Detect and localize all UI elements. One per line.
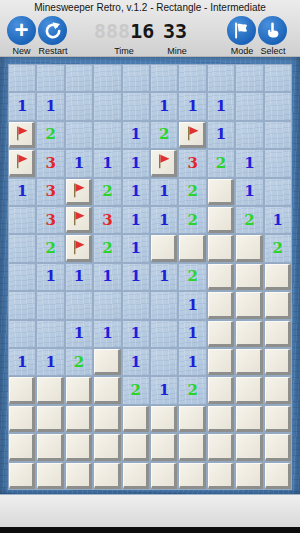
cell-r7c4[interactable]: 1 [122, 263, 150, 291]
cell-r14c8[interactable] [236, 463, 262, 489]
game-area: 1111121213111321132112133112212212111112… [0, 57, 300, 494]
cell-r9c4[interactable]: 1 [122, 320, 150, 348]
cell-r13c5[interactable] [151, 434, 177, 460]
cell-number: 1 [74, 269, 84, 284]
cell-number: 1 [187, 326, 197, 341]
cell-number: 1 [131, 213, 141, 228]
cell-number: 2 [187, 184, 197, 199]
cell-r12c0[interactable] [9, 406, 35, 432]
cell-r3c8[interactable]: 1 [235, 149, 263, 177]
cell-number: 2 [187, 213, 197, 228]
cell-r11c5[interactable]: 1 [150, 376, 178, 404]
cell-r3c5[interactable] [151, 150, 177, 176]
cell-number: 1 [131, 326, 141, 341]
cell-number: 1 [159, 213, 169, 228]
cell-r12c4[interactable] [123, 406, 149, 432]
cell-number: 2 [187, 383, 197, 398]
cell-r6c5[interactable] [151, 235, 177, 261]
cell-r9c5[interactable] [150, 320, 178, 348]
cell-r12c6[interactable] [179, 406, 205, 432]
cell-r4c2[interactable] [66, 179, 92, 205]
cell-r14c6[interactable] [179, 463, 205, 489]
cell-r0c9[interactable] [264, 64, 292, 92]
cell-r10c5[interactable] [150, 348, 178, 376]
cell-r7c3[interactable]: 1 [93, 263, 121, 291]
cell-number: 3 [45, 184, 55, 199]
cell-number: 2 [131, 383, 141, 398]
cell-r6c4[interactable]: 1 [122, 234, 150, 262]
cell-number: 1 [131, 184, 141, 199]
cell-r11c4[interactable]: 2 [122, 376, 150, 404]
cell-r12c5[interactable] [151, 406, 177, 432]
cell-r0c5[interactable] [150, 64, 178, 92]
cell-r6c6[interactable] [179, 235, 205, 261]
mine-value: 33 [163, 19, 187, 43]
cell-r8c5[interactable] [150, 291, 178, 319]
cell-r8c6[interactable]: 1 [178, 291, 206, 319]
cell-r4c6[interactable]: 2 [178, 178, 206, 206]
cell-r0c4[interactable] [122, 64, 150, 92]
mine-label: Mine [156, 46, 198, 56]
cell-r7c9[interactable] [265, 264, 291, 290]
cell-r10c2[interactable]: 2 [65, 348, 93, 376]
cell-r9c7[interactable] [208, 321, 234, 347]
cell-number: 2 [159, 127, 169, 142]
cell-r10c9[interactable] [265, 349, 291, 375]
cell-r5c7[interactable] [208, 207, 234, 233]
cell-r9c2[interactable]: 1 [65, 320, 93, 348]
cell-r8c2[interactable] [65, 291, 93, 319]
cell-r3c0[interactable] [9, 150, 35, 176]
cell-r13c0[interactable] [9, 434, 35, 460]
cell-r1c3[interactable] [93, 92, 121, 120]
cell-number: 2 [244, 213, 254, 228]
cell-r2c1[interactable]: 2 [36, 121, 64, 149]
cell-r9c6[interactable]: 1 [178, 320, 206, 348]
flag-icon [68, 209, 88, 229]
restart-button-label: Restart [32, 46, 74, 56]
cell-r11c2[interactable] [66, 377, 92, 403]
cell-r1c9[interactable] [264, 92, 292, 120]
cell-number: 2 [102, 241, 112, 256]
cell-number: 3 [187, 156, 197, 171]
cell-r8c1[interactable] [36, 291, 64, 319]
flag-icon [182, 124, 202, 144]
cell-r9c3[interactable]: 1 [93, 320, 121, 348]
cell-r4c9[interactable] [264, 178, 292, 206]
cell-number: 1 [159, 269, 169, 284]
cell-number: 1 [187, 298, 197, 313]
cell-r0c7[interactable] [207, 64, 235, 92]
time-value: 16 [130, 19, 154, 43]
cell-r4c5[interactable]: 1 [150, 178, 178, 206]
cell-r2c4[interactable]: 1 [122, 121, 150, 149]
cell-r5c9[interactable]: 1 [264, 206, 292, 234]
cell-number: 1 [216, 99, 226, 114]
cell-r4c1[interactable]: 3 [36, 178, 64, 206]
cell-number: 1 [131, 355, 141, 370]
cell-number: 1 [45, 99, 55, 114]
cell-r7c5[interactable]: 1 [150, 263, 178, 291]
cell-r12c9[interactable] [265, 406, 291, 432]
cell-r13c3[interactable] [94, 434, 120, 460]
cell-r7c7[interactable] [208, 264, 234, 290]
cell-r10c3[interactable] [94, 349, 120, 375]
cell-r7c8[interactable] [236, 264, 262, 290]
cell-number: 2 [102, 184, 112, 199]
cell-number: 2 [45, 241, 55, 256]
cell-number: 1 [159, 184, 169, 199]
cell-r3c6[interactable]: 3 [178, 149, 206, 177]
cell-r14c7[interactable] [208, 463, 234, 489]
hand-select-icon [263, 21, 282, 40]
header-bar: Minesweeper Retro, v.1.2 - Rectangle - I… [0, 0, 300, 60]
cell-number: 1 [131, 269, 141, 284]
flag-icon [11, 152, 31, 172]
plus-icon: + [14, 18, 28, 42]
cell-number: 2 [45, 127, 55, 142]
cell-r1c1[interactable]: 1 [36, 92, 64, 120]
mine-counter: 33 [163, 19, 187, 43]
cell-r13c1[interactable] [37, 434, 63, 460]
cell-r0c2[interactable] [65, 64, 93, 92]
cell-r2c8[interactable] [235, 121, 263, 149]
time-counter: 88816 [94, 19, 154, 43]
cell-r13c9[interactable] [265, 434, 291, 460]
cell-r10c7[interactable] [208, 349, 234, 375]
cell-r3c2[interactable]: 1 [65, 149, 93, 177]
cell-r8c8[interactable] [236, 292, 262, 318]
cell-number: 3 [45, 213, 55, 228]
cell-r13c7[interactable] [208, 434, 234, 460]
cell-number: 3 [45, 156, 55, 171]
minesweeper-app: Minesweeper Retro, v.1.2 - Rectangle - I… [0, 0, 300, 533]
cell-number: 1 [45, 269, 55, 284]
cell-number: 1 [244, 184, 254, 199]
cell-r2c5[interactable]: 2 [150, 121, 178, 149]
flag-icon [153, 152, 173, 172]
cell-r1c7[interactable]: 1 [207, 92, 235, 120]
cell-r12c3[interactable] [94, 406, 120, 432]
cell-r4c0[interactable]: 1 [8, 178, 36, 206]
cell-r13c4[interactable] [123, 434, 149, 460]
bottom-black-strip [0, 527, 300, 533]
cell-r0c3[interactable] [93, 64, 121, 92]
cell-r8c3[interactable] [93, 291, 121, 319]
select-button[interactable] [258, 16, 287, 45]
cell-number: 1 [17, 184, 27, 199]
cell-r0c1[interactable] [36, 64, 64, 92]
cell-number: 1 [187, 99, 197, 114]
cell-number: 1 [131, 127, 141, 142]
cell-r0c6[interactable] [178, 64, 206, 92]
cell-r6c8[interactable] [236, 235, 262, 261]
cell-r14c0[interactable] [9, 463, 35, 489]
cell-r8c4[interactable] [122, 291, 150, 319]
cell-number: 1 [131, 156, 141, 171]
cell-r2c2[interactable] [65, 121, 93, 149]
cell-r2c3[interactable] [93, 121, 121, 149]
cell-r2c0[interactable] [9, 122, 35, 148]
cell-r7c0[interactable] [8, 263, 36, 291]
cell-r1c5[interactable]: 1 [150, 92, 178, 120]
cell-r6c0[interactable] [8, 234, 36, 262]
select-button-label: Select [252, 46, 294, 56]
cell-r1c2[interactable] [65, 92, 93, 120]
cell-r5c1[interactable]: 3 [36, 206, 64, 234]
new-game-button[interactable]: + [7, 16, 36, 45]
cell-number: 1 [74, 326, 84, 341]
cell-number: 2 [187, 269, 197, 284]
cell-r3c3[interactable]: 1 [93, 149, 121, 177]
cell-r5c8[interactable]: 2 [235, 206, 263, 234]
cell-r3c4[interactable]: 1 [122, 149, 150, 177]
cell-number: 1 [273, 213, 283, 228]
bottom-toolbar: ⚙ ? i [0, 494, 300, 528]
cell-r14c9[interactable] [265, 463, 291, 489]
cell-r1c6[interactable]: 1 [178, 92, 206, 120]
time-ghost-digits: 888 [94, 19, 130, 43]
cell-r0c0[interactable] [8, 64, 36, 92]
cell-r10c8[interactable] [236, 349, 262, 375]
cell-r7c2[interactable]: 1 [65, 263, 93, 291]
flag-icon [11, 124, 31, 144]
cell-r12c8[interactable] [236, 406, 262, 432]
flag-icon [68, 181, 88, 201]
flag-icon [232, 21, 251, 40]
cell-r7c1[interactable]: 1 [36, 263, 64, 291]
cell-r2c9[interactable] [264, 121, 292, 149]
cell-r10c1[interactable]: 1 [36, 348, 64, 376]
restart-button[interactable] [38, 16, 67, 45]
cell-r9c0[interactable] [8, 320, 36, 348]
cell-r2c6[interactable] [179, 122, 205, 148]
cell-r2c7[interactable]: 1 [207, 121, 235, 149]
cell-r8c7[interactable] [208, 292, 234, 318]
cell-r8c9[interactable] [265, 292, 291, 318]
cell-r4c4[interactable]: 1 [122, 178, 150, 206]
cell-r13c2[interactable] [66, 434, 92, 460]
cell-r5c4[interactable]: 1 [122, 206, 150, 234]
cell-r6c2[interactable] [66, 235, 92, 261]
cell-r14c5[interactable] [151, 463, 177, 489]
cell-r14c3[interactable] [94, 463, 120, 489]
cell-number: 3 [102, 213, 112, 228]
cell-number: 1 [131, 241, 141, 256]
cell-number: 1 [102, 326, 112, 341]
cell-r14c2[interactable] [66, 463, 92, 489]
cell-r1c8[interactable] [235, 92, 263, 120]
cell-r4c8[interactable]: 1 [235, 178, 263, 206]
cell-r6c3[interactable]: 2 [93, 234, 121, 262]
cell-r3c1[interactable]: 3 [36, 149, 64, 177]
cell-r5c6[interactable]: 2 [178, 206, 206, 234]
cell-r8c0[interactable] [8, 291, 36, 319]
cell-r1c0[interactable]: 1 [8, 92, 36, 120]
restart-arrow-icon [43, 21, 63, 41]
cell-number: 1 [17, 99, 27, 114]
cell-number: 1 [45, 355, 55, 370]
cell-r12c7[interactable] [208, 406, 234, 432]
cell-number: 1 [216, 127, 226, 142]
cell-number: 1 [159, 383, 169, 398]
time-label: Time [94, 46, 154, 56]
cell-r9c8[interactable] [236, 321, 262, 347]
cell-r11c8[interactable] [236, 377, 262, 403]
cell-r11c3[interactable] [94, 377, 120, 403]
cell-r6c9[interactable]: 2 [264, 234, 292, 262]
cell-r10c0[interactable]: 1 [8, 348, 36, 376]
cell-r11c6[interactable]: 2 [178, 376, 206, 404]
cell-r4c7[interactable] [208, 179, 234, 205]
cell-number: 1 [244, 156, 254, 171]
cell-number: 1 [187, 355, 197, 370]
cell-r6c1[interactable]: 2 [36, 234, 64, 262]
cell-r10c6[interactable]: 1 [178, 348, 206, 376]
cell-r7c6[interactable]: 2 [178, 263, 206, 291]
cell-r11c9[interactable] [265, 377, 291, 403]
cell-r12c1[interactable] [37, 406, 63, 432]
cell-number: 2 [273, 241, 283, 256]
cell-r14c4[interactable] [123, 463, 149, 489]
cell-number: 1 [74, 156, 84, 171]
cell-r4c3[interactable]: 2 [93, 178, 121, 206]
flag-icon [68, 238, 88, 258]
cell-r3c9[interactable] [264, 149, 292, 177]
cell-number: 2 [216, 156, 226, 171]
window-title: Minesweeper Retro, v.1.2 - Rectangle - I… [0, 2, 300, 13]
cell-number: 1 [102, 156, 112, 171]
cell-number: 2 [74, 355, 84, 370]
cell-number: 1 [17, 355, 27, 370]
cell-r13c8[interactable] [236, 434, 262, 460]
cell-r10c4[interactable]: 1 [122, 348, 150, 376]
cell-r5c2[interactable] [66, 207, 92, 233]
cell-r5c0[interactable] [8, 206, 36, 234]
cell-number: 1 [102, 269, 112, 284]
mode-button[interactable] [227, 16, 256, 45]
cell-r11c0[interactable] [9, 377, 35, 403]
cell-r3c7[interactable]: 2 [207, 149, 235, 177]
cell-r9c1[interactable] [36, 320, 64, 348]
cell-number: 1 [159, 99, 169, 114]
cell-r1c4[interactable] [122, 92, 150, 120]
cell-r0c8[interactable] [235, 64, 263, 92]
cell-r11c7[interactable] [208, 377, 234, 403]
cell-r13c6[interactable] [179, 434, 205, 460]
cell-r12c2[interactable] [66, 406, 92, 432]
cell-r9c9[interactable] [265, 321, 291, 347]
cell-r6c7[interactable] [208, 235, 234, 261]
cell-r5c3[interactable]: 3 [93, 206, 121, 234]
cell-r14c1[interactable] [37, 463, 63, 489]
cell-r5c5[interactable]: 1 [150, 206, 178, 234]
minesweeper-board: 1111121213111321132112133112212212111112… [8, 64, 292, 490]
cell-r11c1[interactable] [37, 377, 63, 403]
